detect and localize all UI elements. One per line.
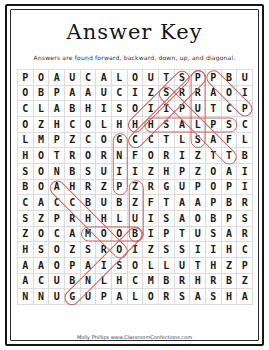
grid-cell: H	[81, 101, 97, 117]
grid-cell: B	[65, 164, 81, 180]
grid-cell: T	[175, 227, 191, 243]
grid-cell: U	[96, 86, 112, 102]
grid-cell: U	[96, 195, 112, 211]
grid-cell: O	[34, 227, 50, 243]
grid-cell: P	[65, 258, 81, 274]
grid-cell: U	[49, 289, 65, 305]
grid-cell: H	[128, 117, 144, 133]
grid-cell: I	[96, 101, 112, 117]
grid-cell: N	[18, 289, 34, 305]
grid-cell: Z	[190, 164, 206, 180]
grid-cell: S	[112, 258, 128, 274]
grid-cell: P	[237, 101, 253, 117]
grid-cell: P	[190, 70, 206, 86]
grid-cell: P	[112, 180, 128, 196]
grid-cell: C	[18, 101, 34, 117]
grid-cell: A	[112, 289, 128, 305]
grid-cell: O	[128, 70, 144, 86]
grid-cell: A	[34, 258, 50, 274]
grid-cell: A	[49, 70, 65, 86]
grid-cell: C	[143, 133, 159, 149]
grid-cell: H	[222, 242, 238, 258]
grid-cell: F	[143, 195, 159, 211]
grid-cell: P	[190, 180, 206, 196]
grid-cell: A	[65, 86, 81, 102]
grid-cell: H	[18, 148, 34, 164]
grid-cell: B	[222, 195, 238, 211]
grid-cell: Z	[222, 258, 238, 274]
grid-cell: O	[143, 148, 159, 164]
grid-cell: H	[112, 117, 128, 133]
grid-cell: B	[222, 274, 238, 290]
grid-cell: C	[128, 133, 144, 149]
grid-cell: O	[143, 289, 159, 305]
grid-cell: P	[159, 227, 175, 243]
grid-cell: B	[128, 227, 144, 243]
grid-cell: R	[143, 180, 159, 196]
grid-cell: C	[65, 195, 81, 211]
grid-cell: I	[237, 180, 253, 196]
grid-cell: H	[190, 274, 206, 290]
grid-cell: C	[237, 242, 253, 258]
grid-cell: B	[159, 274, 175, 290]
grid-cell: H	[18, 242, 34, 258]
grid-cell: L	[128, 289, 144, 305]
wordsearch-grid: POAUCALOUTSPPBUOBPAAUCIZSRRAOICLABHISOII…	[17, 69, 253, 305]
grid-cell: S	[206, 289, 222, 305]
grid-cell: S	[159, 242, 175, 258]
grid-cell: R	[65, 211, 81, 227]
grid-cell: C	[222, 101, 238, 117]
grid-cell: U	[128, 211, 144, 227]
grid-cell: O	[34, 164, 50, 180]
grid-cell: O	[81, 117, 97, 133]
grid-cell: L	[237, 133, 253, 149]
grid-cell: A	[175, 211, 191, 227]
grid-cell: C	[18, 195, 34, 211]
grid-cell: S	[159, 211, 175, 227]
grid-cell: G	[159, 180, 175, 196]
grid-cell: S	[34, 242, 50, 258]
grid-cell: A	[206, 86, 222, 102]
grid-cell: P	[175, 164, 191, 180]
grid-cell: R	[175, 274, 191, 290]
grid-cell: L	[96, 274, 112, 290]
grid-cell: T	[159, 70, 175, 86]
grid-cell: R	[159, 289, 175, 305]
grid-cell: S	[190, 133, 206, 149]
grid-cell: H	[143, 117, 159, 133]
grid-cell: C	[81, 133, 97, 149]
grid-cell: O	[112, 242, 128, 258]
grid-cell: A	[81, 258, 97, 274]
grid-cell: P	[49, 211, 65, 227]
grid-cell: U	[175, 180, 191, 196]
grid-cell: O	[96, 227, 112, 243]
grid-cell: A	[65, 227, 81, 243]
grid-cell: B	[65, 274, 81, 290]
grid-cell: L	[96, 117, 112, 133]
grid-cell: N	[34, 289, 50, 305]
grid-cell: I	[237, 164, 253, 180]
grid-cell: O	[112, 227, 128, 243]
grid-cell: R	[159, 148, 175, 164]
grid-cell: A	[190, 289, 206, 305]
grid-cell: R	[96, 148, 112, 164]
grid-cell: I	[206, 242, 222, 258]
grid-cell: R	[237, 195, 253, 211]
grid-cell: L	[18, 133, 34, 149]
grid-cell: A	[81, 86, 97, 102]
grid-cell: Z	[96, 180, 112, 196]
grid-cell: T	[159, 195, 175, 211]
grid-cell: T	[49, 148, 65, 164]
grid-cell: P	[206, 195, 222, 211]
grid-cell: B	[18, 180, 34, 196]
grid-cell: F	[222, 133, 238, 149]
grid-cell: H	[222, 289, 238, 305]
grid-cell: S	[175, 289, 191, 305]
grid-cell: A	[237, 289, 253, 305]
grid-cell: P	[49, 133, 65, 149]
grid-cell: T	[206, 101, 222, 117]
grid-cell: O	[49, 242, 65, 258]
grid-cell: F	[128, 148, 144, 164]
grid-cell: O	[81, 148, 97, 164]
grid-cell: L	[112, 70, 128, 86]
grid-cell: O	[49, 258, 65, 274]
grid-cell: S	[159, 117, 175, 133]
grid-cell: C	[112, 86, 128, 102]
grid-cell: Z	[34, 117, 50, 133]
grid-cell: P	[206, 70, 222, 86]
grid-cell: G	[112, 133, 128, 149]
grid-cell: P	[206, 117, 222, 133]
grid-cell: G	[65, 289, 81, 305]
grid-cell: O	[128, 101, 144, 117]
grid-cell: L	[34, 101, 50, 117]
grid-cell: L	[112, 211, 128, 227]
grid-cell: I	[128, 86, 144, 102]
grid-cell: U	[49, 274, 65, 290]
grid-cell: C	[128, 274, 144, 290]
grid-cell: H	[159, 164, 175, 180]
grid-cell: H	[65, 180, 81, 196]
grid-cell: A	[175, 117, 191, 133]
grid-cell: Z	[18, 227, 34, 243]
grid-cell: S	[18, 211, 34, 227]
grid-cell: S	[222, 117, 238, 133]
grid-cell: I	[143, 227, 159, 243]
grid-cell: R	[65, 148, 81, 164]
grid-cell: I	[96, 258, 112, 274]
grid-cell: S	[159, 86, 175, 102]
grid-cell: R	[206, 274, 222, 290]
grid-cell: M	[34, 133, 50, 149]
grid-cell: O	[18, 86, 34, 102]
grid-cell: A	[49, 101, 65, 117]
grid-cell: A	[18, 274, 34, 290]
grid-cell: A	[222, 227, 238, 243]
grid-cell: B	[34, 86, 50, 102]
grid-cell: U	[65, 70, 81, 86]
grid-cell: B	[206, 211, 222, 227]
grid-cell: O	[190, 211, 206, 227]
grid-cell: H	[206, 258, 222, 274]
worksheet-page: Answer Key Answers are found forward, ba…	[0, 0, 269, 350]
grid-cell: A	[34, 195, 50, 211]
grid-cell: O	[34, 180, 50, 196]
grid-cell: Z	[128, 180, 144, 196]
grid-cell: R	[96, 242, 112, 258]
grid-cell: Z	[143, 242, 159, 258]
grid-cell: M	[81, 227, 97, 243]
grid-cell: P	[237, 258, 253, 274]
grid-cell: B	[222, 70, 238, 86]
grid-cell: L	[159, 258, 175, 274]
grid-cell: P	[96, 289, 112, 305]
grid-cell: Z	[34, 211, 50, 227]
grid-cell: P	[18, 70, 34, 86]
grid-cell: U	[96, 164, 112, 180]
grid-cell: S	[175, 70, 191, 86]
grid-cell: A	[49, 180, 65, 196]
grid-cell: A	[206, 133, 222, 149]
grid-cell: A	[222, 164, 238, 180]
grid-cell: B	[112, 195, 128, 211]
grid-cell: L	[175, 133, 191, 149]
grid-cell: M	[143, 274, 159, 290]
grid-cell: H	[96, 211, 112, 227]
grid-cell: U	[190, 101, 206, 117]
grid-cell: Z	[128, 195, 144, 211]
grid-cell: N	[112, 148, 128, 164]
grid-cell: O	[128, 258, 144, 274]
grid-cell: Z	[65, 242, 81, 258]
grid-cell: I	[112, 164, 128, 180]
grid-cell: B	[237, 148, 253, 164]
grid-cell: H	[112, 274, 128, 290]
grid-cell: T	[190, 258, 206, 274]
grid-cell: Z	[143, 164, 159, 180]
grid-cell: P	[222, 180, 238, 196]
grid-cell: U	[175, 258, 191, 274]
grid-cell: I	[128, 164, 144, 180]
grid-cell: U	[143, 70, 159, 86]
grid-cell: I	[143, 101, 159, 117]
grid-cell: P	[175, 101, 191, 117]
grid-cell: C	[81, 70, 97, 86]
grid-cell: T	[159, 133, 175, 149]
grid-cell: S	[112, 101, 128, 117]
grid-cell: H	[81, 211, 97, 227]
grid-cell: L	[143, 258, 159, 274]
grid-cell: S	[81, 242, 97, 258]
grid-cell: O	[206, 164, 222, 180]
grid-cell: O	[34, 70, 50, 86]
page-title: Answer Key	[0, 20, 269, 44]
grid-cell: O	[222, 86, 238, 102]
grid-cell: P	[49, 86, 65, 102]
grid-cell: A	[190, 195, 206, 211]
grid-cell: I	[159, 101, 175, 117]
grid-cell: O	[34, 148, 50, 164]
grid-cell: C	[34, 274, 50, 290]
grid-cell: I	[237, 86, 253, 102]
grid-cell: S	[237, 211, 253, 227]
grid-cell: A	[96, 70, 112, 86]
grid-cell: R	[175, 86, 191, 102]
grid-cell: S	[206, 227, 222, 243]
grid-cell: T	[206, 148, 222, 164]
instructions-text: Answers are found forward, backward, dow…	[0, 54, 269, 61]
grid-cell: C	[49, 227, 65, 243]
grid-cell: Z	[237, 274, 253, 290]
grid-cell: R	[237, 227, 253, 243]
grid-cell: S	[18, 164, 34, 180]
credit-text: Molly Phillips www.ClassroomConfections.…	[0, 334, 269, 340]
grid-cell: O	[206, 180, 222, 196]
grid-cell: S	[175, 242, 191, 258]
grid-cell: A	[175, 195, 191, 211]
grid-cell: N	[49, 164, 65, 180]
grid-cell: S	[81, 164, 97, 180]
grid-cell: U	[81, 289, 97, 305]
grid-cell: T	[222, 148, 238, 164]
grid-cell: Z	[65, 133, 81, 149]
grid-cell: I	[190, 242, 206, 258]
grid-cell: Z	[143, 86, 159, 102]
grid-cell: U	[237, 70, 253, 86]
grid-cell: I	[175, 148, 191, 164]
grid-cell: U	[190, 227, 206, 243]
grid-cell: O	[96, 133, 112, 149]
grid-cell: O	[18, 117, 34, 133]
grid-cell: B	[81, 195, 97, 211]
grid-cell: R	[81, 180, 97, 196]
grid-cell: Z	[190, 148, 206, 164]
grid-cell: L	[190, 117, 206, 133]
grid-cell: B	[65, 101, 81, 117]
grid-cell: P	[222, 211, 238, 227]
grid-cell: R	[190, 86, 206, 102]
grid-cell: C	[49, 195, 65, 211]
grid-cell: H	[49, 117, 65, 133]
grid-cell: A	[18, 258, 34, 274]
grid-cell: I	[143, 211, 159, 227]
grid-cell: N	[81, 274, 97, 290]
grid-cell: C	[237, 117, 253, 133]
grid-cell: C	[65, 117, 81, 133]
grid-cell: I	[128, 242, 144, 258]
